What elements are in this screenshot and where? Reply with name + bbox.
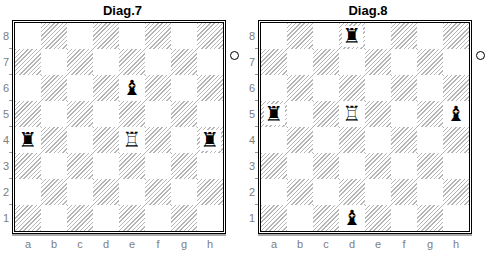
square-b3 (41, 153, 67, 179)
square-d7 (339, 49, 365, 75)
file-label-g: g (417, 238, 443, 250)
square-g3 (417, 153, 443, 179)
file-label-d: d (93, 238, 119, 250)
rank-label-1: 1 (246, 205, 255, 231)
square-f2 (391, 179, 417, 205)
rank-labels: 87654321 (0, 23, 9, 231)
file-label-e: e (119, 238, 145, 250)
piece-black-rook: ♜ (200, 130, 221, 151)
rank-label-6: 6 (246, 75, 255, 101)
square-b8 (41, 23, 67, 49)
square-a6 (15, 75, 41, 101)
square-a8 (261, 23, 287, 49)
square-e5 (365, 101, 391, 127)
square-e2 (365, 179, 391, 205)
square-d5 (93, 101, 119, 127)
piece-black-rook: ♜ (264, 104, 285, 125)
board-row: 87654321 ♜♜♖♝♝ (246, 20, 490, 234)
square-c1 (67, 205, 93, 231)
square-c4 (67, 127, 93, 153)
rank-label-6: 6 (0, 75, 9, 101)
square-d8: ♜ (339, 23, 365, 49)
square-d6 (93, 75, 119, 101)
square-d5: ♖ (339, 101, 365, 127)
square-d4 (93, 127, 119, 153)
board-frame: ♝♜♖♜ (12, 20, 226, 234)
square-h6 (197, 75, 223, 101)
square-a1 (15, 205, 41, 231)
square-g8 (417, 23, 443, 49)
square-f2 (145, 179, 171, 205)
board-row: 87654321 ♝♜♖♜ (0, 20, 245, 234)
file-label-f: f (391, 238, 417, 250)
square-c5 (67, 101, 93, 127)
file-label-b: b (41, 238, 67, 250)
square-c6 (67, 75, 93, 101)
square-a4 (261, 127, 287, 153)
square-d6 (339, 75, 365, 101)
file-label-h: h (443, 238, 469, 250)
rank-label-2: 2 (0, 179, 9, 205)
square-c7 (67, 49, 93, 75)
piece-black-bishop: ♝ (122, 78, 143, 99)
rank-label-4: 4 (246, 127, 255, 153)
board-frame: ♜♜♖♝♝ (258, 20, 472, 234)
square-a8 (15, 23, 41, 49)
square-c6 (313, 75, 339, 101)
rank-labels: 87654321 (246, 23, 255, 231)
square-d7 (93, 49, 119, 75)
chess-diagrams: Diag.7 87654321 ♝♜♖♜ abcdefgh Diag.8 876… (0, 0, 490, 250)
square-e8 (365, 23, 391, 49)
square-b7 (41, 49, 67, 75)
file-label-h: h (197, 238, 223, 250)
square-e4: ♖ (119, 127, 145, 153)
square-b3 (287, 153, 313, 179)
square-g7 (417, 49, 443, 75)
square-h1 (197, 205, 223, 231)
diagram-title: Diag.8 (246, 3, 490, 18)
square-f7 (391, 49, 417, 75)
square-f5 (145, 101, 171, 127)
square-e6 (365, 75, 391, 101)
square-g5 (417, 101, 443, 127)
square-g5 (171, 101, 197, 127)
square-e3 (365, 153, 391, 179)
square-h2 (443, 179, 469, 205)
square-h4: ♜ (197, 127, 223, 153)
square-f4 (391, 127, 417, 153)
rank-label-2: 2 (246, 179, 255, 205)
square-d8 (93, 23, 119, 49)
diagram-8: Diag.8 87654321 ♜♜♖♝♝ abcdefgh (245, 0, 490, 250)
square-b8 (287, 23, 313, 49)
square-a3 (15, 153, 41, 179)
square-c3 (313, 153, 339, 179)
square-f8 (391, 23, 417, 49)
white-to-move-indicator (476, 51, 485, 60)
square-c1 (313, 205, 339, 231)
square-a7 (261, 49, 287, 75)
square-e7 (365, 49, 391, 75)
square-h3 (197, 153, 223, 179)
square-c3 (67, 153, 93, 179)
square-a2 (261, 179, 287, 205)
square-h3 (443, 153, 469, 179)
square-e1 (119, 205, 145, 231)
square-c2 (67, 179, 93, 205)
square-b6 (287, 75, 313, 101)
square-f3 (391, 153, 417, 179)
square-f8 (145, 23, 171, 49)
square-c8 (313, 23, 339, 49)
square-f1 (145, 205, 171, 231)
square-h1 (443, 205, 469, 231)
rank-label-7: 7 (0, 49, 9, 75)
square-c4 (313, 127, 339, 153)
square-f3 (145, 153, 171, 179)
square-a3 (261, 153, 287, 179)
square-g2 (417, 179, 443, 205)
square-h8 (197, 23, 223, 49)
file-label-a: a (261, 238, 287, 250)
rank-label-3: 3 (0, 153, 9, 179)
rank-label-5: 5 (0, 101, 9, 127)
file-label-f: f (145, 238, 171, 250)
square-a1 (261, 205, 287, 231)
square-b5 (41, 101, 67, 127)
square-a7 (15, 49, 41, 75)
square-h4 (443, 127, 469, 153)
square-b2 (287, 179, 313, 205)
square-b6 (41, 75, 67, 101)
piece-black-bishop: ♝ (342, 208, 363, 229)
square-d1: ♝ (339, 205, 365, 231)
square-e3 (119, 153, 145, 179)
square-d2 (93, 179, 119, 205)
square-e6: ♝ (119, 75, 145, 101)
square-b4 (41, 127, 67, 153)
file-labels: abcdefgh (15, 238, 245, 250)
rank-label-5: 5 (246, 101, 255, 127)
square-e1 (365, 205, 391, 231)
square-g4 (417, 127, 443, 153)
white-to-move-indicator (230, 51, 239, 60)
square-c8 (67, 23, 93, 49)
square-d4 (339, 127, 365, 153)
square-e4 (365, 127, 391, 153)
square-e2 (119, 179, 145, 205)
square-c5 (313, 101, 339, 127)
square-g7 (171, 49, 197, 75)
rank-label-1: 1 (0, 205, 9, 231)
square-d1 (93, 205, 119, 231)
piece-black-bishop: ♝ (446, 104, 467, 125)
file-label-c: c (67, 238, 93, 250)
rank-label-3: 3 (246, 153, 255, 179)
square-e8 (119, 23, 145, 49)
piece-white-rook: ♖ (342, 104, 363, 125)
file-label-b: b (287, 238, 313, 250)
rank-label-8: 8 (0, 23, 9, 49)
piece-black-rook: ♜ (18, 130, 39, 151)
square-h6 (443, 75, 469, 101)
square-g6 (171, 75, 197, 101)
file-label-g: g (171, 238, 197, 250)
file-label-e: e (365, 238, 391, 250)
piece-white-rook: ♖ (122, 130, 143, 151)
square-a2 (15, 179, 41, 205)
chess-board: ♝♜♖♜ (14, 22, 224, 232)
square-f1 (391, 205, 417, 231)
square-f4 (145, 127, 171, 153)
file-label-c: c (313, 238, 339, 250)
rank-label-8: 8 (246, 23, 255, 49)
square-d2 (339, 179, 365, 205)
diagram-7: Diag.7 87654321 ♝♜♖♜ abcdefgh (0, 0, 245, 250)
square-a5 (15, 101, 41, 127)
square-g8 (171, 23, 197, 49)
square-c2 (313, 179, 339, 205)
square-b5 (287, 101, 313, 127)
square-b4 (287, 127, 313, 153)
square-b1 (287, 205, 313, 231)
square-h8 (443, 23, 469, 49)
square-d3 (93, 153, 119, 179)
square-h5 (197, 101, 223, 127)
square-g4 (171, 127, 197, 153)
square-f7 (145, 49, 171, 75)
square-g2 (171, 179, 197, 205)
square-b1 (41, 205, 67, 231)
chess-board: ♜♜♖♝♝ (260, 22, 470, 232)
square-a5: ♜ (261, 101, 287, 127)
file-labels: abcdefgh (261, 238, 490, 250)
square-g6 (417, 75, 443, 101)
square-b2 (41, 179, 67, 205)
diagram-title: Diag.7 (0, 3, 245, 18)
square-f6 (391, 75, 417, 101)
square-b7 (287, 49, 313, 75)
square-g1 (171, 205, 197, 231)
rank-label-4: 4 (0, 127, 9, 153)
square-f5 (391, 101, 417, 127)
square-e7 (119, 49, 145, 75)
square-h7 (443, 49, 469, 75)
square-g1 (417, 205, 443, 231)
file-label-a: a (15, 238, 41, 250)
square-h5: ♝ (443, 101, 469, 127)
square-h7 (197, 49, 223, 75)
square-f6 (145, 75, 171, 101)
square-h2 (197, 179, 223, 205)
square-c7 (313, 49, 339, 75)
square-g3 (171, 153, 197, 179)
rank-label-7: 7 (246, 49, 255, 75)
file-label-d: d (339, 238, 365, 250)
piece-black-rook: ♜ (342, 26, 363, 47)
square-a6 (261, 75, 287, 101)
square-a4: ♜ (15, 127, 41, 153)
square-d3 (339, 153, 365, 179)
square-e5 (119, 101, 145, 127)
